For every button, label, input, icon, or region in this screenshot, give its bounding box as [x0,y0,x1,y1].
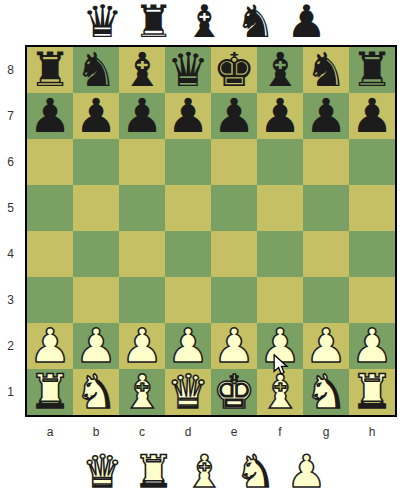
palette-white-knight[interactable]: ♞ [230,450,281,495]
black-bishop[interactable]: ♝ [121,46,163,93]
square-e2[interactable]: ♟︎ [211,323,257,369]
black-queen[interactable]: ♛ [167,46,209,93]
square-h4[interactable] [349,231,395,277]
rank-label-1: 1 [0,369,21,415]
palette-white-queen[interactable]: ♛ [77,450,128,495]
file-label-g: g [303,424,349,440]
black-rook[interactable]: ♜ [29,46,71,93]
white-pawn[interactable]: ♟︎ [29,322,71,369]
square-g2[interactable]: ♟︎ [303,323,349,369]
white-knight[interactable]: ♞ [305,368,347,415]
white-pawn[interactable]: ♟︎ [213,322,255,369]
square-c7[interactable]: ♟︎ [119,93,165,139]
white-pawn[interactable]: ♟︎ [305,322,347,369]
rank-label-3: 3 [0,277,21,323]
square-c4[interactable] [119,231,165,277]
palette-white-bishop[interactable]: ♝ [179,450,230,495]
square-d8[interactable]: ♛ [165,47,211,93]
white-pawn-icon: ♟︎ [286,449,326,494]
palette-black-bishop[interactable]: ♝ [179,0,230,45]
file-label-d: d [165,424,211,440]
square-d1[interactable]: ♛ [165,369,211,415]
square-h8[interactable]: ♜ [349,47,395,93]
square-a5[interactable] [27,185,73,231]
square-d6[interactable] [165,139,211,185]
white-bishop[interactable]: ♝ [259,368,301,415]
square-h2[interactable]: ♟︎ [349,323,395,369]
rank-label-2: 2 [0,323,21,369]
chess-app: ♛♜♝♞♟︎ 87654321 ♜♞♝♛♚♝♞♜♟︎♟︎♟︎♟︎♟︎♟︎♟︎♟︎… [0,0,401,499]
square-a3[interactable] [27,277,73,323]
white-pawn[interactable]: ♟︎ [259,322,301,369]
square-b4[interactable] [73,231,119,277]
square-h3[interactable] [349,277,395,323]
black-pawn[interactable]: ♟︎ [121,92,163,139]
white-knight-icon: ♞ [235,449,275,494]
black-pawn[interactable]: ♟︎ [351,92,393,139]
square-c2[interactable]: ♟︎ [119,323,165,369]
square-g4[interactable] [303,231,349,277]
square-e1[interactable]: ♚ [211,369,257,415]
white-knight[interactable]: ♞ [75,368,117,415]
rank-labels: 87654321 [0,47,21,415]
white-pawn[interactable]: ♟︎ [167,322,209,369]
square-e7[interactable]: ♟︎ [211,93,257,139]
file-label-c: c [119,424,165,440]
rank-label-6: 6 [0,139,21,185]
square-g6[interactable] [303,139,349,185]
square-g8[interactable]: ♞ [303,47,349,93]
black-knight[interactable]: ♞ [305,46,347,93]
square-c1[interactable]: ♝ [119,369,165,415]
square-c6[interactable] [119,139,165,185]
palette-black-queen[interactable]: ♛ [77,0,128,45]
square-b3[interactable] [73,277,119,323]
rank-label-5: 5 [0,185,21,231]
square-b2[interactable]: ♟︎ [73,323,119,369]
file-label-b: b [73,424,119,440]
square-f1[interactable]: ♝ [257,369,303,415]
white-rook[interactable]: ♜ [351,368,393,415]
square-g1[interactable]: ♞ [303,369,349,415]
square-e5[interactable] [211,185,257,231]
file-label-f: f [257,424,303,440]
white-queen[interactable]: ♛ [167,368,209,415]
white-piece-palette: ♛♜♝♞♟︎ [77,450,332,495]
square-f5[interactable] [257,185,303,231]
square-c8[interactable]: ♝ [119,47,165,93]
board-frame: ♜♞♝♛♚♝♞♜♟︎♟︎♟︎♟︎♟︎♟︎♟︎♟︎♟︎♟︎♟︎♟︎♟︎♟︎♟︎♟︎… [25,45,397,417]
black-piece-palette: ♛♜♝♞♟︎ [77,0,332,45]
white-pawn[interactable]: ♟︎ [75,322,117,369]
square-f8[interactable]: ♝ [257,47,303,93]
palette-white-rook[interactable]: ♜ [128,450,179,495]
palette-white-pawn[interactable]: ♟︎ [281,450,332,495]
square-d2[interactable]: ♟︎ [165,323,211,369]
rank-label-4: 4 [0,231,21,277]
square-e4[interactable] [211,231,257,277]
black-pawn[interactable]: ♟︎ [259,92,301,139]
square-b5[interactable] [73,185,119,231]
square-f4[interactable] [257,231,303,277]
square-a6[interactable] [27,139,73,185]
black-pawn-icon: ♟︎ [286,0,326,44]
white-pawn[interactable]: ♟︎ [121,322,163,369]
white-rook[interactable]: ♜ [29,368,71,415]
file-labels: abcdefgh [27,424,395,440]
black-pawn[interactable]: ♟︎ [305,92,347,139]
black-bishop[interactable]: ♝ [259,46,301,93]
square-d7[interactable]: ♟︎ [165,93,211,139]
square-e6[interactable] [211,139,257,185]
square-a2[interactable]: ♟︎ [27,323,73,369]
square-a7[interactable]: ♟︎ [27,93,73,139]
rank-label-8: 8 [0,47,21,93]
square-h6[interactable] [349,139,395,185]
chess-board: ♜♞♝♛♚♝♞♜♟︎♟︎♟︎♟︎♟︎♟︎♟︎♟︎♟︎♟︎♟︎♟︎♟︎♟︎♟︎♟︎… [27,47,395,415]
square-c3[interactable] [119,277,165,323]
black-queen-icon: ♛ [82,0,122,44]
square-a1[interactable]: ♜ [27,369,73,415]
square-h1[interactable]: ♜ [349,369,395,415]
square-e3[interactable] [211,277,257,323]
square-g7[interactable]: ♟︎ [303,93,349,139]
square-f7[interactable]: ♟︎ [257,93,303,139]
square-h7[interactable]: ♟︎ [349,93,395,139]
square-b1[interactable]: ♞ [73,369,119,415]
square-g3[interactable] [303,277,349,323]
square-e8[interactable]: ♚ [211,47,257,93]
square-d3[interactable] [165,277,211,323]
square-a8[interactable]: ♜ [27,47,73,93]
file-label-e: e [211,424,257,440]
black-knight-icon: ♞ [235,0,275,44]
square-a4[interactable] [27,231,73,277]
black-bishop-icon: ♝ [184,0,224,44]
square-h5[interactable] [349,185,395,231]
square-f6[interactable] [257,139,303,185]
white-pawn[interactable]: ♟︎ [351,322,393,369]
square-d5[interactable] [165,185,211,231]
square-b8[interactable]: ♞ [73,47,119,93]
black-rook-icon: ♜ [133,0,173,44]
file-label-a: a [27,424,73,440]
black-rook[interactable]: ♜ [351,46,393,93]
palette-black-rook[interactable]: ♜ [128,0,179,45]
white-bishop-icon: ♝ [184,449,224,494]
file-label-h: h [349,424,395,440]
square-g5[interactable] [303,185,349,231]
white-rook-icon: ♜ [133,449,173,494]
black-pawn[interactable]: ♟︎ [75,92,117,139]
white-bishop[interactable]: ♝ [121,368,163,415]
white-queen-icon: ♛ [82,449,122,494]
black-pawn[interactable]: ♟︎ [29,92,71,139]
black-pawn[interactable]: ♟︎ [167,92,209,139]
white-king[interactable]: ♚ [213,368,255,415]
square-f3[interactable] [257,277,303,323]
palette-black-pawn[interactable]: ♟︎ [281,0,332,45]
black-king[interactable]: ♚ [213,46,255,93]
square-d4[interactable] [165,231,211,277]
black-pawn[interactable]: ♟︎ [213,92,255,139]
black-knight[interactable]: ♞ [75,46,117,93]
palette-black-knight[interactable]: ♞ [230,0,281,45]
square-c5[interactable] [119,185,165,231]
square-f2[interactable]: ♟︎ [257,323,303,369]
square-b6[interactable] [73,139,119,185]
rank-label-7: 7 [0,93,21,139]
square-b7[interactable]: ♟︎ [73,93,119,139]
